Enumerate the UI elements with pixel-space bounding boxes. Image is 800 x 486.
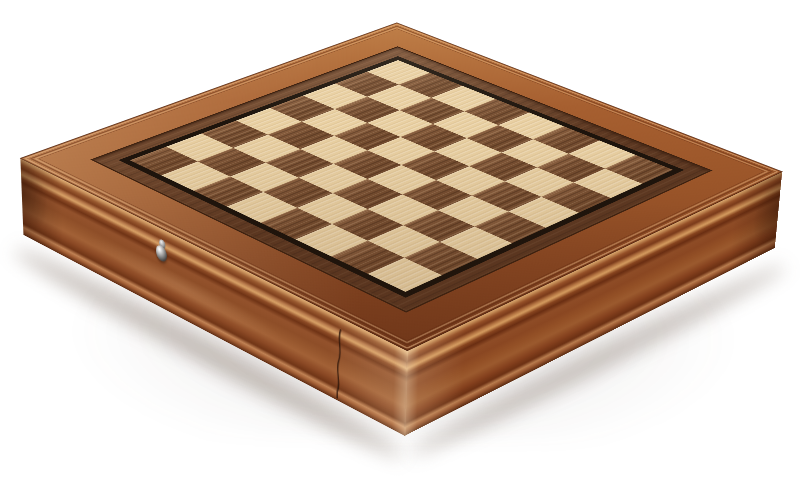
camera-tilt-wrapper (0, 0, 800, 486)
board-square (403, 210, 474, 242)
drawer-seam (334, 327, 345, 402)
board-square (263, 178, 333, 208)
board-square (297, 193, 367, 224)
board-square (230, 163, 299, 192)
drawer-knob (153, 235, 171, 274)
board-square (574, 169, 643, 198)
board-square (475, 212, 546, 244)
board-square (161, 161, 230, 190)
board-square (541, 183, 611, 213)
board-square (505, 167, 574, 196)
board-square (368, 258, 442, 292)
board-square (296, 224, 368, 256)
board-square (261, 208, 332, 240)
board-square (333, 179, 403, 209)
board-square (438, 196, 508, 227)
board-square (440, 227, 512, 259)
board-square (508, 197, 578, 228)
chess-case (20, 22, 784, 351)
board-square (404, 242, 477, 275)
board-square (368, 225, 440, 257)
board-square (367, 165, 436, 194)
board-square (472, 181, 542, 211)
board-square (332, 209, 403, 241)
board-square (227, 192, 297, 223)
board-square (368, 194, 438, 225)
board-square (299, 164, 368, 193)
product-photo-canvas (0, 0, 800, 486)
perspective-scene (0, 0, 800, 486)
board-square (194, 177, 264, 207)
board-square (436, 166, 505, 195)
board-square (331, 241, 404, 274)
board-square (402, 180, 472, 210)
